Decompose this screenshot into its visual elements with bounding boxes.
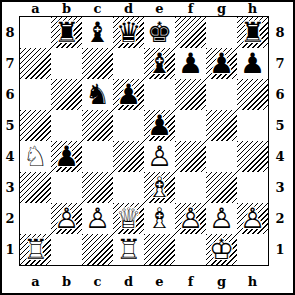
black-pawn[interactable]: ♟ <box>144 110 175 141</box>
black-piece-glyph: ♛ <box>113 17 144 48</box>
square-e3[interactable]: ♝♗ <box>144 172 175 203</box>
square-e2[interactable]: ♝♗ <box>144 203 175 234</box>
square-f6[interactable] <box>175 79 206 110</box>
square-f2[interactable]: ♟♙ <box>175 203 206 234</box>
black-pawn[interactable]: ♟ <box>237 48 268 79</box>
file-label-bottom-a: a <box>20 270 51 292</box>
file-label-top-d: d <box>113 1 144 16</box>
white-pawn[interactable]: ♟♙ <box>144 141 175 172</box>
file-label-bottom-g: g <box>206 270 237 292</box>
square-g5[interactable] <box>206 110 237 141</box>
square-f8[interactable] <box>175 17 206 48</box>
black-pawn[interactable]: ♟ <box>113 79 144 110</box>
square-c1[interactable] <box>82 234 113 265</box>
black-piece-glyph: ♟ <box>175 48 206 79</box>
square-d6[interactable]: ♟ <box>113 79 144 110</box>
square-d1[interactable]: ♜♖ <box>113 234 144 265</box>
black-piece-glyph: ♞ <box>82 79 113 110</box>
white-pawn[interactable]: ♟♙ <box>206 203 237 234</box>
square-b3[interactable] <box>51 172 82 203</box>
file-labels-bottom: abcdefgh <box>20 270 268 292</box>
square-e5[interactable]: ♟ <box>144 110 175 141</box>
white-king[interactable]: ♚♔ <box>206 234 237 265</box>
white-bishop[interactable]: ♝♗ <box>144 203 175 234</box>
square-g2[interactable]: ♟♙ <box>206 203 237 234</box>
black-king[interactable]: ♚ <box>144 17 175 48</box>
black-piece-glyph: ♟ <box>144 110 175 141</box>
square-d2[interactable]: ♛♕ <box>113 203 144 234</box>
square-a4[interactable]: ♞♘ <box>20 141 51 172</box>
black-pawn[interactable]: ♟ <box>206 48 237 79</box>
square-g6[interactable] <box>206 79 237 110</box>
white-pawn[interactable]: ♟♙ <box>82 203 113 234</box>
square-b2[interactable]: ♟♙ <box>51 203 82 234</box>
square-h1[interactable] <box>237 234 268 265</box>
square-c4[interactable] <box>82 141 113 172</box>
square-b7[interactable] <box>51 48 82 79</box>
file-label-top-c: c <box>82 1 113 16</box>
file-label-bottom-e: e <box>144 270 175 292</box>
black-bishop[interactable]: ♝ <box>82 17 113 48</box>
rank-label-left-4: 4 <box>2 141 18 172</box>
black-piece-glyph: ♚ <box>144 17 175 48</box>
black-rook[interactable]: ♜ <box>51 17 82 48</box>
black-pawn[interactable]: ♟ <box>51 141 82 172</box>
white-piece-outline: ♖ <box>20 234 51 265</box>
square-e1[interactable] <box>144 234 175 265</box>
file-label-top-a: a <box>20 1 51 16</box>
square-c5[interactable] <box>82 110 113 141</box>
square-e6[interactable] <box>144 79 175 110</box>
black-piece-glyph: ♝ <box>82 17 113 48</box>
square-f7[interactable]: ♟ <box>175 48 206 79</box>
black-piece-glyph: ♟ <box>237 48 268 79</box>
square-d8[interactable]: ♛ <box>113 17 144 48</box>
white-piece-outline: ♙ <box>206 203 237 234</box>
white-rook[interactable]: ♜♖ <box>20 234 51 265</box>
square-f1[interactable] <box>175 234 206 265</box>
square-a8[interactable] <box>20 17 51 48</box>
rank-label-left-2: 2 <box>2 203 18 234</box>
white-pawn[interactable]: ♟♙ <box>237 203 268 234</box>
square-h8[interactable]: ♜ <box>237 17 268 48</box>
square-c8[interactable]: ♝ <box>82 17 113 48</box>
square-b5[interactable] <box>51 110 82 141</box>
square-h2[interactable]: ♟♙ <box>237 203 268 234</box>
white-queen[interactable]: ♛♕ <box>113 203 144 234</box>
white-piece-outline: ♗ <box>144 172 175 203</box>
rank-labels-left: 87654321 <box>2 17 18 265</box>
square-b6[interactable] <box>51 79 82 110</box>
rank-label-left-7: 7 <box>2 48 18 79</box>
square-f5[interactable] <box>175 110 206 141</box>
rank-label-right-6: 6 <box>270 79 290 110</box>
white-piece-outline: ♔ <box>206 234 237 265</box>
square-e8[interactable]: ♚ <box>144 17 175 48</box>
square-b4[interactable]: ♟ <box>51 141 82 172</box>
square-g8[interactable] <box>206 17 237 48</box>
white-piece-outline: ♘ <box>20 141 51 172</box>
square-d5[interactable] <box>113 110 144 141</box>
square-a3[interactable] <box>20 172 51 203</box>
square-h5[interactable] <box>237 110 268 141</box>
file-label-bottom-h: h <box>237 270 268 292</box>
rank-label-right-3: 3 <box>270 172 290 203</box>
file-label-bottom-b: b <box>51 270 82 292</box>
square-h4[interactable] <box>237 141 268 172</box>
rank-label-left-8: 8 <box>2 17 18 48</box>
file-label-top-b: b <box>51 1 82 16</box>
square-h3[interactable] <box>237 172 268 203</box>
square-a7[interactable] <box>20 48 51 79</box>
file-label-top-e: e <box>144 1 175 16</box>
file-label-bottom-f: f <box>175 270 206 292</box>
rank-label-right-5: 5 <box>270 110 290 141</box>
square-f3[interactable] <box>175 172 206 203</box>
square-g1[interactable]: ♚♔ <box>206 234 237 265</box>
square-a1[interactable]: ♜♖ <box>20 234 51 265</box>
square-c2[interactable]: ♟♙ <box>82 203 113 234</box>
black-pawn[interactable]: ♟ <box>175 48 206 79</box>
square-c6[interactable]: ♞ <box>82 79 113 110</box>
file-label-bottom-c: c <box>82 270 113 292</box>
white-rook[interactable]: ♜♖ <box>113 234 144 265</box>
rank-label-right-8: 8 <box>270 17 290 48</box>
file-labels-top: abcdefgh <box>20 1 268 15</box>
file-label-top-g: g <box>206 1 237 16</box>
black-piece-glyph: ♜ <box>51 17 82 48</box>
white-pawn[interactable]: ♟♙ <box>51 203 82 234</box>
square-a6[interactable] <box>20 79 51 110</box>
black-queen[interactable]: ♛ <box>113 17 144 48</box>
black-piece-glyph: ♜ <box>237 17 268 48</box>
rank-label-left-6: 6 <box>2 79 18 110</box>
square-d3[interactable] <box>113 172 144 203</box>
white-piece-outline: ♖ <box>113 234 144 265</box>
file-label-bottom-d: d <box>113 270 144 292</box>
white-bishop[interactable]: ♝♗ <box>144 172 175 203</box>
square-e4[interactable]: ♟♙ <box>144 141 175 172</box>
black-rook[interactable]: ♜ <box>237 17 268 48</box>
black-piece-glyph: ♝ <box>144 48 175 79</box>
black-piece-glyph: ♟ <box>51 141 82 172</box>
white-piece-outline: ♙ <box>237 203 268 234</box>
rank-label-right-1: 1 <box>270 234 290 265</box>
square-h7[interactable]: ♟ <box>237 48 268 79</box>
square-g4[interactable] <box>206 141 237 172</box>
rank-label-left-5: 5 <box>2 110 18 141</box>
square-d4[interactable] <box>113 141 144 172</box>
white-piece-outline: ♙ <box>175 203 206 234</box>
chess-board: ♜♝♛♚♜♝♟♟♟♞♟♟♞♘♟♟♙♝♗♟♙♟♙♛♕♝♗♟♙♟♙♟♙♜♖♜♖♚♔ <box>19 16 269 266</box>
black-knight[interactable]: ♞ <box>82 79 113 110</box>
square-a5[interactable] <box>20 110 51 141</box>
black-piece-glyph: ♟ <box>206 48 237 79</box>
rank-label-right-7: 7 <box>270 48 290 79</box>
square-c7[interactable] <box>82 48 113 79</box>
square-h6[interactable] <box>237 79 268 110</box>
square-g3[interactable] <box>206 172 237 203</box>
square-e7[interactable]: ♝ <box>144 48 175 79</box>
rank-labels-right: 87654321 <box>270 17 290 265</box>
rank-label-right-2: 2 <box>270 203 290 234</box>
square-b1[interactable] <box>51 234 82 265</box>
white-piece-outline: ♗ <box>144 203 175 234</box>
rank-label-left-3: 3 <box>2 172 18 203</box>
white-piece-outline: ♕ <box>113 203 144 234</box>
chess-diagram-frame: abcdefgh abcdefgh 87654321 87654321 ♜♝♛♚… <box>0 0 295 295</box>
square-f4[interactable] <box>175 141 206 172</box>
white-piece-outline: ♙ <box>144 141 175 172</box>
white-piece-outline: ♙ <box>51 203 82 234</box>
square-g7[interactable]: ♟ <box>206 48 237 79</box>
white-piece-outline: ♙ <box>82 203 113 234</box>
rank-label-right-4: 4 <box>270 141 290 172</box>
square-b8[interactable]: ♜ <box>51 17 82 48</box>
rank-label-left-1: 1 <box>2 234 18 265</box>
black-bishop[interactable]: ♝ <box>144 48 175 79</box>
file-label-top-f: f <box>175 1 206 16</box>
square-d7[interactable] <box>113 48 144 79</box>
square-a2[interactable] <box>20 203 51 234</box>
white-pawn[interactable]: ♟♙ <box>175 203 206 234</box>
square-c3[interactable] <box>82 172 113 203</box>
file-label-top-h: h <box>237 1 268 16</box>
white-knight[interactable]: ♞♘ <box>20 141 51 172</box>
black-piece-glyph: ♟ <box>113 79 144 110</box>
